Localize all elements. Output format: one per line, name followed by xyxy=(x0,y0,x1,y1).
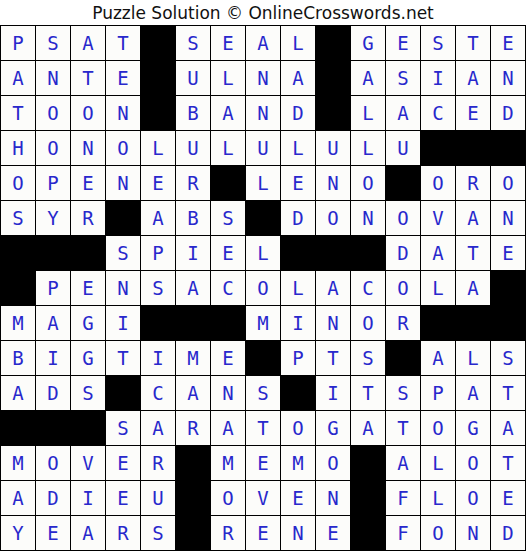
letter-cell: C xyxy=(351,271,385,305)
letter-cell: T xyxy=(106,341,140,375)
letter-cell: S xyxy=(351,341,385,375)
letter-cell: L xyxy=(141,131,175,165)
letter-cell: A xyxy=(246,26,280,60)
letter-cell: N xyxy=(491,61,525,95)
letter-cell: U xyxy=(176,131,210,165)
block-cell xyxy=(1,271,35,305)
letter-cell: S xyxy=(246,376,280,410)
letter-cell: E xyxy=(316,516,350,550)
block-cell xyxy=(351,516,385,550)
letter-cell: N xyxy=(211,376,245,410)
letter-cell: E xyxy=(491,26,525,60)
letter-cell: O xyxy=(421,411,455,445)
letter-cell: U xyxy=(141,481,175,515)
letter-cell: P xyxy=(1,26,35,60)
letter-cell: A xyxy=(386,446,420,480)
letter-cell: A xyxy=(456,61,490,95)
block-cell xyxy=(1,411,35,445)
letter-cell: U xyxy=(176,61,210,95)
letter-cell: L xyxy=(456,341,490,375)
letter-cell: L xyxy=(246,236,280,270)
letter-cell: M xyxy=(211,446,245,480)
block-cell xyxy=(386,166,420,200)
letter-cell: A xyxy=(456,376,490,410)
letter-cell: D xyxy=(36,376,70,410)
letter-cell: A xyxy=(1,376,35,410)
letter-cell: E xyxy=(106,446,140,480)
letter-cell: A xyxy=(1,61,35,95)
letter-cell: Y xyxy=(36,201,70,235)
letter-cell: A xyxy=(456,271,490,305)
block-cell xyxy=(456,131,490,165)
letter-cell: S xyxy=(1,201,35,235)
letter-cell: T xyxy=(386,411,420,445)
block-cell xyxy=(316,61,350,95)
letter-cell: O xyxy=(386,271,420,305)
letter-cell: E xyxy=(106,61,140,95)
letter-cell: T xyxy=(491,446,525,480)
letter-cell: F xyxy=(386,481,420,515)
block-cell xyxy=(421,306,455,340)
block-cell xyxy=(36,411,70,445)
letter-cell: E xyxy=(246,516,280,550)
letter-cell: T xyxy=(316,341,350,375)
letter-cell: N xyxy=(71,131,105,165)
block-cell xyxy=(71,236,105,270)
block-cell xyxy=(36,236,70,270)
letter-cell: E xyxy=(491,481,525,515)
block-cell xyxy=(281,376,315,410)
letter-cell: A xyxy=(1,481,35,515)
letter-cell: A xyxy=(351,61,385,95)
block-cell xyxy=(386,341,420,375)
block-cell xyxy=(456,306,490,340)
letter-cell: R xyxy=(176,166,210,200)
letter-cell: N xyxy=(36,61,70,95)
letter-cell: E xyxy=(141,166,175,200)
letter-cell: I xyxy=(71,481,105,515)
letter-cell: P xyxy=(36,166,70,200)
letter-cell: L xyxy=(246,166,280,200)
block-cell xyxy=(316,26,350,60)
letter-cell: A xyxy=(211,411,245,445)
letter-cell: V xyxy=(71,446,105,480)
letter-cell: L xyxy=(421,446,455,480)
letter-cell: I xyxy=(36,341,70,375)
letter-cell: G xyxy=(71,306,105,340)
block-cell xyxy=(176,481,210,515)
letter-cell: N xyxy=(316,166,350,200)
letter-cell: O xyxy=(456,446,490,480)
letter-cell: O xyxy=(246,271,280,305)
letter-cell: E xyxy=(491,236,525,270)
letter-cell: D xyxy=(36,481,70,515)
letter-cell: E xyxy=(386,26,420,60)
letter-cell: G xyxy=(316,411,350,445)
block-cell xyxy=(316,96,350,130)
letter-cell: G xyxy=(351,26,385,60)
crossword-grid: PSATSEALGESTEANTEULNAASIANTOONBANDLACEDH… xyxy=(0,25,526,551)
letter-cell: U xyxy=(246,131,280,165)
letter-cell: E xyxy=(211,341,245,375)
letter-cell: T xyxy=(491,376,525,410)
letter-cell: N xyxy=(246,96,280,130)
block-cell xyxy=(176,306,210,340)
letter-cell: I xyxy=(281,306,315,340)
letter-cell: L xyxy=(281,131,315,165)
letter-cell: A xyxy=(491,411,525,445)
block-cell xyxy=(211,166,245,200)
letter-cell: E xyxy=(281,481,315,515)
letter-cell: N xyxy=(456,516,490,550)
letter-cell: S xyxy=(106,411,140,445)
block-cell xyxy=(211,306,245,340)
letter-cell: A xyxy=(211,96,245,130)
letter-cell: A xyxy=(351,411,385,445)
letter-cell: A xyxy=(421,341,455,375)
letter-cell: E xyxy=(36,516,70,550)
letter-cell: L xyxy=(211,61,245,95)
letter-cell: D xyxy=(386,236,420,270)
letter-cell: T xyxy=(351,376,385,410)
block-cell xyxy=(491,131,525,165)
block-cell xyxy=(71,411,105,445)
letter-cell: A xyxy=(421,236,455,270)
block-cell xyxy=(141,61,175,95)
letter-cell: B xyxy=(176,201,210,235)
letter-cell: C xyxy=(211,271,245,305)
letter-cell: O xyxy=(316,446,350,480)
letter-cell: E xyxy=(246,446,280,480)
block-cell xyxy=(141,26,175,60)
letter-cell: N xyxy=(351,201,385,235)
block-cell xyxy=(141,96,175,130)
block-cell xyxy=(106,376,140,410)
letter-cell: H xyxy=(1,131,35,165)
block-cell xyxy=(246,201,280,235)
letter-cell: I xyxy=(421,61,455,95)
block-cell xyxy=(1,236,35,270)
letter-cell: N xyxy=(316,306,350,340)
block-cell xyxy=(246,341,280,375)
letter-cell: O xyxy=(351,166,385,200)
letter-cell: A xyxy=(316,271,350,305)
letter-cell: O xyxy=(106,131,140,165)
letter-cell: D xyxy=(491,96,525,130)
letter-cell: O xyxy=(456,481,490,515)
letter-cell: O xyxy=(281,411,315,445)
letter-cell: S xyxy=(386,376,420,410)
letter-cell: V xyxy=(246,481,280,515)
letter-cell: A xyxy=(71,26,105,60)
letter-cell: I xyxy=(106,306,140,340)
letter-cell: N xyxy=(106,166,140,200)
letter-cell: A xyxy=(36,306,70,340)
block-cell xyxy=(351,481,385,515)
letter-cell: N xyxy=(316,481,350,515)
letter-cell: G xyxy=(456,411,490,445)
letter-cell: O xyxy=(36,446,70,480)
letter-cell: O xyxy=(36,131,70,165)
letter-cell: T xyxy=(456,26,490,60)
letter-cell: S xyxy=(176,26,210,60)
letter-cell: N xyxy=(106,96,140,130)
letter-cell: E xyxy=(211,26,245,60)
letter-cell: O xyxy=(71,96,105,130)
letter-cell: E xyxy=(456,96,490,130)
letter-cell: U xyxy=(386,131,420,165)
letter-cell: M xyxy=(1,446,35,480)
letter-cell: E xyxy=(211,236,245,270)
letter-cell: O xyxy=(211,481,245,515)
block-cell xyxy=(421,131,455,165)
letter-cell: S xyxy=(491,341,525,375)
letter-cell: B xyxy=(176,96,210,130)
letter-cell: S xyxy=(106,236,140,270)
letter-cell: P xyxy=(281,341,315,375)
letter-cell: I xyxy=(141,341,175,375)
block-cell xyxy=(141,306,175,340)
letter-cell: G xyxy=(71,341,105,375)
letter-cell: S xyxy=(211,201,245,235)
letter-cell: A xyxy=(281,61,315,95)
letter-cell: A xyxy=(386,96,420,130)
letter-cell: U xyxy=(316,131,350,165)
letter-cell: O xyxy=(351,306,385,340)
letter-cell: N xyxy=(106,271,140,305)
block-cell xyxy=(351,446,385,480)
block-cell xyxy=(491,271,525,305)
letter-cell: M xyxy=(281,446,315,480)
letter-cell: I xyxy=(176,236,210,270)
letter-cell: V xyxy=(421,201,455,235)
letter-cell: A xyxy=(456,201,490,235)
letter-cell: E xyxy=(71,166,105,200)
block-cell xyxy=(491,306,525,340)
letter-cell: O xyxy=(1,166,35,200)
letter-cell: N xyxy=(491,201,525,235)
letter-cell: L xyxy=(421,271,455,305)
block-cell xyxy=(351,236,385,270)
letter-cell: M xyxy=(176,341,210,375)
letter-cell: T xyxy=(1,96,35,130)
letter-cell: L xyxy=(351,131,385,165)
letter-cell: E xyxy=(281,166,315,200)
block-cell xyxy=(281,236,315,270)
block-cell xyxy=(176,446,210,480)
block-cell xyxy=(316,236,350,270)
letter-cell: S xyxy=(141,516,175,550)
letter-cell: S xyxy=(71,376,105,410)
letter-cell: A xyxy=(71,516,105,550)
letter-cell: O xyxy=(316,201,350,235)
letter-cell: T xyxy=(71,61,105,95)
letter-cell: R xyxy=(141,446,175,480)
letter-cell: L xyxy=(281,26,315,60)
letter-cell: D xyxy=(281,96,315,130)
letter-cell: I xyxy=(316,376,350,410)
letter-cell: L xyxy=(351,96,385,130)
letter-cell: R xyxy=(106,516,140,550)
letter-cell: B xyxy=(1,341,35,375)
block-cell xyxy=(176,516,210,550)
letter-cell: E xyxy=(71,271,105,305)
letter-cell: S xyxy=(36,26,70,60)
letter-cell: M xyxy=(246,306,280,340)
letter-cell: R xyxy=(176,411,210,445)
letter-cell: S xyxy=(386,61,420,95)
letter-cell: N xyxy=(281,516,315,550)
letter-cell: O xyxy=(36,96,70,130)
letter-cell: T xyxy=(106,26,140,60)
letter-cell: F xyxy=(386,516,420,550)
letter-cell: N xyxy=(246,61,280,95)
letter-cell: S xyxy=(421,26,455,60)
letter-cell: O xyxy=(421,166,455,200)
letter-cell: A xyxy=(176,271,210,305)
letter-cell: R xyxy=(456,166,490,200)
letter-cell: D xyxy=(491,516,525,550)
letter-cell: L xyxy=(421,481,455,515)
letter-cell: S xyxy=(141,271,175,305)
puzzle-solution-page: Puzzle Solution © OnlineCrosswords.net P… xyxy=(0,0,526,551)
letter-cell: R xyxy=(211,516,245,550)
letter-cell: T xyxy=(246,411,280,445)
letter-cell: A xyxy=(141,201,175,235)
letter-cell: C xyxy=(141,376,175,410)
letter-cell: M xyxy=(1,306,35,340)
letter-cell: A xyxy=(176,376,210,410)
block-cell xyxy=(106,201,140,235)
letter-cell: C xyxy=(421,96,455,130)
letter-cell: P xyxy=(36,271,70,305)
letter-cell: E xyxy=(106,481,140,515)
letter-cell: L xyxy=(281,271,315,305)
letter-cell: O xyxy=(421,516,455,550)
letter-cell: O xyxy=(491,166,525,200)
page-title: Puzzle Solution © OnlineCrosswords.net xyxy=(0,0,526,25)
letter-cell: P xyxy=(141,236,175,270)
letter-cell: R xyxy=(71,201,105,235)
letter-cell: L xyxy=(211,131,245,165)
letter-cell: T xyxy=(456,236,490,270)
letter-cell: R xyxy=(386,306,420,340)
letter-cell: A xyxy=(141,411,175,445)
letter-cell: O xyxy=(386,201,420,235)
letter-cell: P xyxy=(421,376,455,410)
letter-cell: D xyxy=(281,201,315,235)
letter-cell: Y xyxy=(1,516,35,550)
